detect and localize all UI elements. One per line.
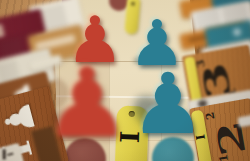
pawn-red-front[interactable]: ♟ — [44, 55, 124, 151]
card-teal-2-icon — [233, 28, 241, 36]
card-cream-corner-marks — [3, 149, 6, 159]
photo-canvas: ♟ ♟ I 3 3 3 I 2 2 — [0, 0, 250, 161]
pawn-teal-front[interactable]: ♟ — [128, 62, 208, 146]
card-cream-corner-mark2 — [7, 153, 13, 156]
card-white-sliver-3 — [237, 115, 250, 128]
strip-hole — [131, 2, 135, 6]
card-2-corner-small-1: 1 — [217, 153, 231, 161]
pawn-red-front-glyph: ♟ — [44, 55, 130, 151]
pawn-teal-front-glyph: ♟ — [130, 62, 205, 146]
